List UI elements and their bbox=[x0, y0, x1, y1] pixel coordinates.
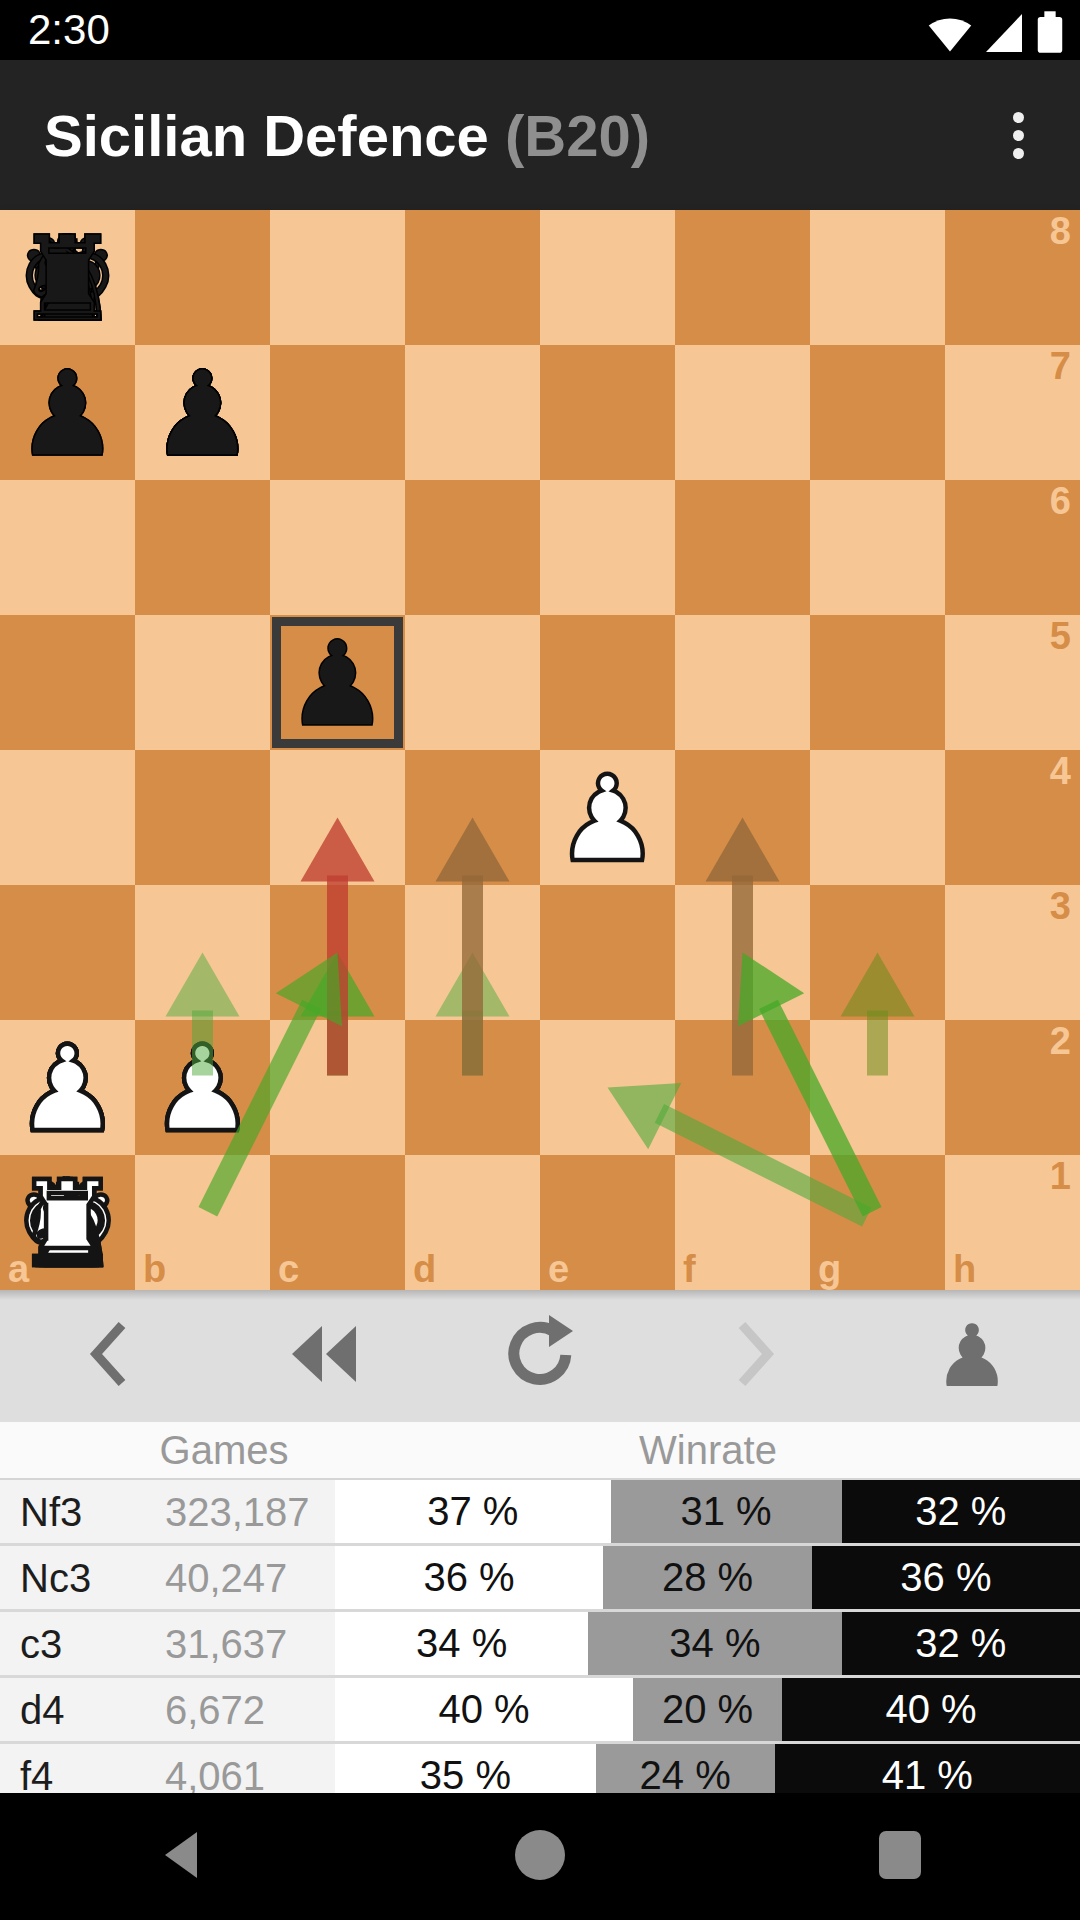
rank-label-7: 7 bbox=[1050, 347, 1071, 385]
move-row-d4[interactable]: d46,67240 %20 %40 % bbox=[0, 1678, 1080, 1744]
square-a1[interactable]: a bbox=[0, 1155, 135, 1290]
recents-square-icon bbox=[875, 1828, 925, 1886]
winrate-bar: 34 %34 %32 % bbox=[335, 1612, 1080, 1675]
file-label-c: c bbox=[278, 1250, 299, 1288]
square-f2[interactable] bbox=[675, 1020, 810, 1155]
square-f4[interactable] bbox=[675, 750, 810, 885]
reset-refresh-button[interactable] bbox=[432, 1290, 648, 1422]
square-g1[interactable]: g bbox=[810, 1155, 945, 1290]
flip-board-button[interactable]: ♟ bbox=[864, 1290, 1080, 1422]
draw-winrate-segment: 20 % bbox=[633, 1678, 782, 1741]
fast-rewind-button[interactable] bbox=[216, 1290, 432, 1422]
battery-icon bbox=[1034, 10, 1066, 58]
back-move-button[interactable] bbox=[0, 1290, 216, 1422]
square-g4[interactable] bbox=[810, 750, 945, 885]
back-triangle-icon bbox=[157, 1828, 203, 1886]
black-winrate-segment: 40 % bbox=[782, 1678, 1080, 1741]
square-a6[interactable] bbox=[0, 480, 135, 615]
square-e4[interactable] bbox=[540, 750, 675, 885]
status-icons bbox=[926, 10, 1066, 58]
file-label-e: e bbox=[548, 1250, 569, 1288]
refresh-icon bbox=[501, 1315, 579, 1397]
square-f1[interactable]: f bbox=[675, 1155, 810, 1290]
square-c7[interactable] bbox=[270, 345, 405, 480]
square-b5[interactable] bbox=[135, 615, 270, 750]
games-count: 40,247 bbox=[165, 1555, 287, 1600]
square-a5[interactable] bbox=[0, 615, 135, 750]
android-recents-button[interactable] bbox=[720, 1793, 1080, 1920]
status-bar: 2:30 bbox=[0, 0, 1080, 60]
games-count: 6,672 bbox=[165, 1687, 265, 1732]
square-d6[interactable] bbox=[405, 480, 540, 615]
overflow-menu-icon[interactable] bbox=[996, 90, 1040, 180]
fast-rewind-icon bbox=[286, 1322, 362, 1390]
winrate-column-header: Winrate bbox=[639, 1428, 777, 1473]
white-winrate-segment: 34 % bbox=[335, 1612, 588, 1675]
square-b6[interactable] bbox=[135, 480, 270, 615]
file-label-b: b bbox=[143, 1250, 166, 1288]
file-label-a: a bbox=[8, 1250, 29, 1288]
square-h5[interactable]: 5 bbox=[945, 615, 1080, 750]
square-a3[interactable] bbox=[0, 885, 135, 1020]
winrate-bar: 40 %20 %40 % bbox=[335, 1678, 1080, 1741]
square-d5[interactable] bbox=[405, 615, 540, 750]
square-a4[interactable] bbox=[0, 750, 135, 885]
rank-label-8: 8 bbox=[1050, 212, 1071, 250]
square-e8[interactable] bbox=[540, 210, 675, 345]
file-label-d: d bbox=[413, 1250, 436, 1288]
android-home-button[interactable] bbox=[360, 1793, 720, 1920]
square-c5[interactable] bbox=[270, 615, 405, 750]
rank-label-1: 1 bbox=[1050, 1157, 1071, 1195]
square-d1[interactable]: d bbox=[405, 1155, 540, 1290]
square-b8[interactable] bbox=[135, 210, 270, 345]
square-d8[interactable] bbox=[405, 210, 540, 345]
square-h4[interactable]: 4 bbox=[945, 750, 1080, 885]
forward-move-button[interactable] bbox=[648, 1290, 864, 1422]
square-g5[interactable] bbox=[810, 615, 945, 750]
move-games-cell: d46,672 bbox=[0, 1678, 335, 1741]
square-f8[interactable] bbox=[675, 210, 810, 345]
move-games-cell: Nc340,247 bbox=[0, 1546, 335, 1609]
square-g3[interactable] bbox=[810, 885, 945, 1020]
square-f3[interactable] bbox=[675, 885, 810, 1020]
rank-label-3: 3 bbox=[1050, 887, 1071, 925]
black-winrate-segment: 32 % bbox=[842, 1480, 1080, 1543]
square-h7[interactable]: 7 bbox=[945, 345, 1080, 480]
square-b3[interactable] bbox=[135, 885, 270, 1020]
chess-board: 8765432abcdefg1h♜♞♝♛♚♝♞♜♟♟♟♟♟♟♟♟♟♟♟♟♟♟♟♟… bbox=[0, 210, 1080, 1290]
draw-winrate-segment: 31 % bbox=[611, 1480, 842, 1543]
square-e5[interactable] bbox=[540, 615, 675, 750]
table-header: Games Winrate bbox=[0, 1422, 1080, 1480]
square-g6[interactable] bbox=[810, 480, 945, 615]
square-f6[interactable] bbox=[675, 480, 810, 615]
square-h1[interactable]: 1h bbox=[945, 1155, 1080, 1290]
move-label: Nf3 bbox=[20, 1489, 82, 1534]
moves-table: Games Winrate Nf3323,18737 %31 %32 %Nc34… bbox=[0, 1422, 1080, 1810]
draw-winrate-segment: 28 % bbox=[603, 1546, 812, 1609]
square-e2[interactable] bbox=[540, 1020, 675, 1155]
black-winrate-segment: 36 % bbox=[812, 1546, 1080, 1609]
rank-label-4: 4 bbox=[1050, 752, 1071, 790]
square-a2[interactable] bbox=[0, 1020, 135, 1155]
winrate-bar: 36 %28 %36 % bbox=[335, 1546, 1080, 1609]
square-b2[interactable] bbox=[135, 1020, 270, 1155]
android-nav-bar bbox=[0, 1793, 1080, 1920]
square-h3[interactable]: 3 bbox=[945, 885, 1080, 1020]
black-winrate-segment: 32 % bbox=[842, 1612, 1080, 1675]
move-row-Nc3[interactable]: Nc340,24736 %28 %36 % bbox=[0, 1546, 1080, 1612]
android-back-button[interactable] bbox=[0, 1793, 360, 1920]
square-d3[interactable] bbox=[405, 885, 540, 1020]
square-c8[interactable] bbox=[270, 210, 405, 345]
move-row-Nf3[interactable]: Nf3323,18737 %31 %32 % bbox=[0, 1480, 1080, 1546]
square-f7[interactable] bbox=[675, 345, 810, 480]
square-c1[interactable]: c bbox=[270, 1155, 405, 1290]
square-b7[interactable] bbox=[135, 345, 270, 480]
square-c4[interactable] bbox=[270, 750, 405, 885]
rank-label-6: 6 bbox=[1050, 482, 1071, 520]
move-games-cell: Nf3323,187 bbox=[0, 1480, 335, 1543]
white-winrate-segment: 37 % bbox=[335, 1480, 611, 1543]
square-h8[interactable]: 8 bbox=[945, 210, 1080, 345]
square-g8[interactable] bbox=[810, 210, 945, 345]
square-c3[interactable] bbox=[270, 885, 405, 1020]
square-c2[interactable] bbox=[270, 1020, 405, 1155]
file-label-h: h bbox=[953, 1250, 976, 1288]
square-d4[interactable] bbox=[405, 750, 540, 885]
move-label: c3 bbox=[20, 1621, 62, 1666]
square-e1[interactable]: e bbox=[540, 1155, 675, 1290]
games-count: 4,061 bbox=[165, 1753, 265, 1798]
games-count: 31,637 bbox=[165, 1621, 287, 1666]
square-c6[interactable] bbox=[270, 480, 405, 615]
square-h6[interactable]: 6 bbox=[945, 480, 1080, 615]
square-e6[interactable] bbox=[540, 480, 675, 615]
square-a7[interactable] bbox=[0, 345, 135, 480]
square-b1[interactable]: b bbox=[135, 1155, 270, 1290]
app-bar: Sicilian Defence (B20) bbox=[0, 60, 1080, 210]
rank-label-5: 5 bbox=[1050, 617, 1071, 655]
square-e3[interactable] bbox=[540, 885, 675, 1020]
rank-label-2: 2 bbox=[1050, 1022, 1071, 1060]
square-g7[interactable] bbox=[810, 345, 945, 480]
square-d7[interactable] bbox=[405, 345, 540, 480]
winrate-bar: 37 %31 %32 % bbox=[335, 1480, 1080, 1543]
square-f5[interactable] bbox=[675, 615, 810, 750]
clock: 2:30 bbox=[28, 6, 110, 54]
move-label: f4 bbox=[20, 1753, 53, 1798]
white-winrate-segment: 36 % bbox=[335, 1546, 603, 1609]
page-title: Sicilian Defence (B20) bbox=[44, 102, 650, 169]
square-h2[interactable]: 2 bbox=[945, 1020, 1080, 1155]
opening-name: Sicilian Defence bbox=[44, 103, 489, 168]
move-label: d4 bbox=[20, 1687, 65, 1732]
eco-code: (B20) bbox=[505, 103, 650, 168]
wifi-icon bbox=[926, 12, 974, 58]
move-label: Nc3 bbox=[20, 1555, 91, 1600]
signal-icon bbox=[984, 12, 1024, 58]
move-toolbar: ♟ bbox=[0, 1290, 1080, 1422]
games-count: 323,187 bbox=[165, 1489, 310, 1534]
screen: 2:30 Sicilian Defence (B20) 8765432abcde… bbox=[0, 0, 1080, 1920]
games-column-header: Games bbox=[160, 1428, 289, 1473]
move-row-c3[interactable]: c331,63734 %34 %32 % bbox=[0, 1612, 1080, 1678]
home-circle-icon bbox=[513, 1828, 567, 1886]
file-label-g: g bbox=[818, 1250, 841, 1288]
pawn-icon: ♟ bbox=[933, 1313, 1010, 1399]
file-label-f: f bbox=[683, 1250, 696, 1288]
white-winrate-segment: 40 % bbox=[335, 1678, 633, 1741]
square-a8[interactable] bbox=[0, 210, 135, 345]
square-b4[interactable] bbox=[135, 750, 270, 885]
chevron-right-icon bbox=[730, 1319, 782, 1393]
chevron-left-icon bbox=[82, 1319, 134, 1393]
square-g2[interactable] bbox=[810, 1020, 945, 1155]
move-games-cell: c331,637 bbox=[0, 1612, 335, 1675]
square-d2[interactable] bbox=[405, 1020, 540, 1155]
draw-winrate-segment: 34 % bbox=[588, 1612, 841, 1675]
square-e7[interactable] bbox=[540, 345, 675, 480]
